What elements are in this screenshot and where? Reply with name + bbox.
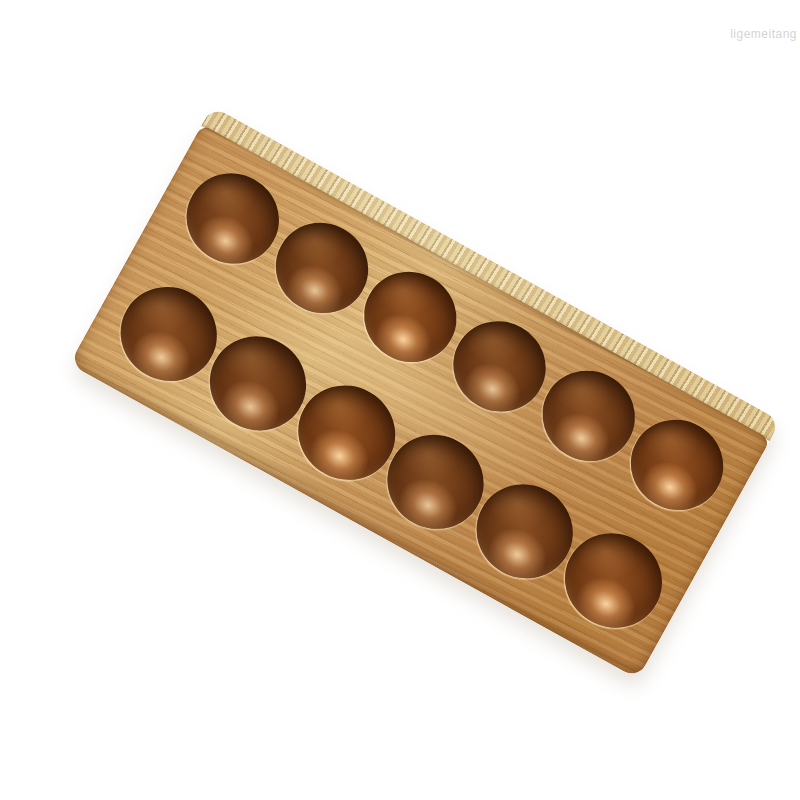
board-face — [69, 124, 770, 679]
watermark-text: ligemeitang — [730, 27, 797, 41]
product-photo-stage: ligemeitang — [0, 0, 800, 800]
mancala-board — [69, 106, 781, 679]
